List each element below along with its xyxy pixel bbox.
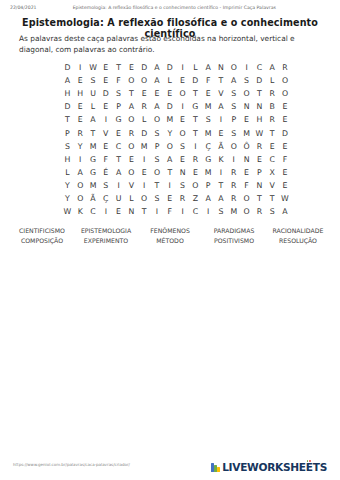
grid-cell: O [176,126,189,139]
liveworksheets-logo: LIVEWORKSHEETS [211,462,327,473]
grid-cell: I [138,153,151,166]
grid-cell: E [99,140,112,153]
grid-cell: T [266,192,279,205]
grid-cell: N [125,205,138,218]
grid-cell: L [163,74,176,87]
grid-cell: O [138,74,151,87]
grid-cell: M [87,140,100,153]
grid-cell: E [279,100,292,113]
grid-cell: É [99,166,112,179]
grid-cell: L [61,166,74,179]
print-doc-title: Epistemologia: A reflexão filosófica e o… [36,5,330,10]
grid-cell: P [151,140,164,153]
grid-cell: D [163,100,176,113]
grid-cell: E [74,100,87,113]
grid-cell: K [74,205,87,218]
grid-cell: A [125,100,138,113]
grid-cell: G [189,100,202,113]
grid-cell: I [176,61,189,74]
grid-cell: I [189,140,202,153]
grid-cell: W [279,192,292,205]
grid-cell: E [215,126,228,139]
grid-cell: S [151,153,164,166]
grid-cell: T [163,166,176,179]
grid-cell: S [151,192,164,205]
word-search-grid: DIWETEDADILANOICARAESEFOOALEDFTASDLOHHUD… [61,61,291,218]
grid-cell: Y [163,126,176,139]
grid-cell: H [61,87,74,100]
word-list-item: RESOLUÇÃO [268,237,328,244]
grid-cell: E [279,140,292,153]
grid-cell: I [163,179,176,192]
grid-cell: D [138,61,151,74]
grid-cell: C [266,153,279,166]
grid-cell: W [61,205,74,218]
grid-cell: R [74,126,87,139]
grid-cell: N [240,153,253,166]
grid-cell: E [176,74,189,87]
grid-cell: P [112,100,125,113]
grid-cell: W [87,61,100,74]
grid-cell: L [87,100,100,113]
grid-cell: Ã [215,140,228,153]
grid-cell: R [279,61,292,74]
grid-cell: P [61,126,74,139]
grid-cell: S [176,179,189,192]
grid-cell: E [240,166,253,179]
grid-cell: E [279,179,292,192]
grid-cell: H [61,153,74,166]
grid-cell: E [176,113,189,126]
liveworksheets-bars-icon [211,463,221,472]
grid-cell: S [227,126,240,139]
grid-cell: E [138,166,151,179]
grid-cell: C [112,140,125,153]
grid-cell: D [138,126,151,139]
grid-cell: A [266,61,279,74]
grid-cell: A [202,192,215,205]
grid-cell: V [215,87,228,100]
grid-cell: O [74,192,87,205]
grid-cell: R [227,166,240,179]
grid-cell: E [176,153,189,166]
grid-cell: A [215,192,228,205]
grid-cell: A [151,74,164,87]
grid-cell: O [125,140,138,153]
grid-cell: M [163,113,176,126]
grid-cell: R [125,126,138,139]
grid-cell: R [266,113,279,126]
grid-cell: S [202,113,215,126]
grid-cell: E [202,87,215,100]
grid-cell: S [215,205,228,218]
grid-cell: S [99,179,112,192]
grid-cell: T [215,179,228,192]
grid-cell: E [125,61,138,74]
grid-cell: I [240,61,253,74]
puzzle-instructions: As palavras deste caça palavras estão es… [19,34,321,55]
grid-cell: Ô [240,140,253,153]
grid-cell: C [87,205,100,218]
grid-cell: Ã [87,192,100,205]
grid-cell: E [99,74,112,87]
grid-cell: Y [74,140,87,153]
grid-cell: S [266,205,279,218]
grid-cell: R [227,192,240,205]
word-list-item: CIENTIFICISMO [12,227,72,234]
grid-cell: E [163,192,176,205]
grid-cell: D [163,61,176,74]
grid-cell: F [202,74,215,87]
grid-cell: I [227,153,240,166]
grid-cell: E [151,87,164,100]
grid-cell: L [138,113,151,126]
word-list-item: MÉTODO [140,237,200,244]
word-list: CIENTIFICISMOEPISTEMOLOGIAFENÔMENOSPARAD… [12,227,328,244]
grid-cell: A [87,113,100,126]
grid-cell: M [240,126,253,139]
grid-cell: S [176,140,189,153]
grid-cell: D [279,126,292,139]
grid-cell: T [189,113,202,126]
grid-cell: R [266,87,279,100]
grid-cell: I [99,113,112,126]
grid-cell: F [99,153,112,166]
word-list-item: COMPOSIÇÃO [12,237,72,244]
grid-cell: E [74,74,87,87]
grid-cell: O [279,87,292,100]
grid-cell: A [112,166,125,179]
grid-cell: A [61,74,74,87]
grid-cell: I [176,205,189,218]
grid-cell: G [202,153,215,166]
grid-cell: P [253,166,266,179]
grid-cell: A [151,100,164,113]
grid-cell: N [215,61,228,74]
grid-cell: O [189,179,202,192]
grid-cell: O [138,192,151,205]
grid-cell: E [163,87,176,100]
word-list-item: FENÔMENOS [140,227,200,234]
grid-cell: I [99,205,112,218]
grid-cell: O [125,113,138,126]
word-list-item: EPISTEMOLOGIA [76,227,136,234]
grid-cell: O [279,74,292,87]
grid-cell: B [266,100,279,113]
grid-cell: F [112,74,125,87]
grid-cell: D [61,100,74,113]
grid-cell: N [240,100,253,113]
grid-cell: A [215,100,228,113]
grid-cell: V [266,179,279,192]
grid-cell: E [266,140,279,153]
grid-cell: R [253,140,266,153]
grid-cell: O [151,113,164,126]
grid-cell: R [189,153,202,166]
grid-cell: S [240,74,253,87]
grid-cell: R [138,100,151,113]
word-list-item: EXPERIMENTO [76,237,136,244]
grid-cell: E [112,205,125,218]
grid-cell: K [215,153,228,166]
grid-cell: E [74,113,87,126]
grid-cell: T [189,126,202,139]
grid-cell: T [253,87,266,100]
grid-cell: I [151,205,164,218]
grid-cell: O [227,61,240,74]
grid-cell: P [202,179,215,192]
grid-cell: V [99,126,112,139]
grid-cell: F [163,205,176,218]
word-list-item: RACIONALIDADE [268,227,328,234]
grid-cell: I [112,179,125,192]
grid-cell: W [253,126,266,139]
grid-cell: G [112,113,125,126]
grid-cell: O [240,87,253,100]
grid-cell: V [125,179,138,192]
grid-cell: O [125,166,138,179]
grid-cell: A [202,61,215,74]
grid-cell: M [87,179,100,192]
grid-cell: F [240,179,253,192]
grid-cell: E [99,100,112,113]
grid-cell: D [99,87,112,100]
grid-cell: I [74,153,87,166]
grid-cell: T [253,192,266,205]
grid-cell: I [202,205,215,218]
grid-cell: O [240,205,253,218]
grid-cell: S [61,140,74,153]
grid-cell: O [227,140,240,153]
grid-cell: I [138,179,151,192]
print-date: 22/04/2021 [10,5,36,10]
grid-cell: A [151,61,164,74]
word-list-item: PARADIGMAS [204,227,264,234]
grid-cell: Y [61,192,74,205]
grid-cell: M [227,205,240,218]
grid-cell: E [279,166,292,179]
grid-cell: M [202,100,215,113]
grid-cell: A [279,205,292,218]
grid-cell: F [279,153,292,166]
grid-cell: H [74,87,87,100]
worksheet-page: 22/04/2021 Epistemologia: A reflexão fil… [0,0,340,480]
grid-cell: S [151,126,164,139]
grid-cell: E [253,153,266,166]
grid-cell: E [279,113,292,126]
grid-cell: O [74,179,87,192]
grid-cell: T [61,113,74,126]
grid-cell: T [125,87,138,100]
grid-cell: C [253,61,266,74]
grid-cell: G [87,153,100,166]
grid-cell: U [112,192,125,205]
grid-cell: T [112,153,125,166]
grid-cell: S [227,100,240,113]
grid-cell: A [227,74,240,87]
grid-cell: N [176,166,189,179]
grid-cell: C [189,205,202,218]
grid-cell: I [176,100,189,113]
grid-cell: Ç [99,192,112,205]
liveworksheets-wordmark: LIVEWORKSHEETS [222,462,327,473]
grid-cell: D [189,74,202,87]
grid-cell: I [215,166,228,179]
grid-cell: E [99,61,112,74]
grid-cell: O [125,74,138,87]
grid-cell: P [227,113,240,126]
grid-cell: A [74,166,87,179]
grid-cell: T [112,61,125,74]
source-url: https://www.geniol.com.br/palavras/caca-… [13,462,130,467]
grid-cell: L [189,61,202,74]
grid-cell: E [240,113,253,126]
word-list-item: POSITIVISMO [204,237,264,244]
grid-cell: T [189,87,202,100]
grid-cell: I [215,113,228,126]
grid-cell: E [138,87,151,100]
grid-cell: S [112,87,125,100]
grid-cell: E [125,153,138,166]
grid-cell: H [253,113,266,126]
grid-cell: Y [61,179,74,192]
grid-cell: O [163,140,176,153]
grid-cell: R [253,205,266,218]
grid-cell: M [138,140,151,153]
grid-cell: L [125,192,138,205]
grid-cell: T [215,74,228,87]
grid-cell: I [74,61,87,74]
grid-cell: T [138,205,151,218]
grid-cell: O [151,166,164,179]
logo-dot-red [309,460,311,462]
grid-cell: N [253,179,266,192]
grid-cell: S [87,74,100,87]
grid-cell: T [266,126,279,139]
grid-cell: E [189,166,202,179]
grid-cell: R [227,179,240,192]
grid-cell: S [227,87,240,100]
grid-cell: G [87,166,100,179]
grid-cell: U [87,87,100,100]
grid-cell: E [112,126,125,139]
grid-cell: R [176,192,189,205]
grid-cell: O [176,87,189,100]
grid-cell: A [163,153,176,166]
grid-cell: X [266,166,279,179]
grid-cell: Z [189,192,202,205]
grid-cell: T [151,179,164,192]
grid-cell: O [240,192,253,205]
grid-cell: D [253,74,266,87]
grid-cell: D [61,61,74,74]
grid-cell: N [253,100,266,113]
grid-cell: M [202,126,215,139]
print-header: 22/04/2021 Epistemologia: A reflexão fil… [10,5,330,10]
grid-cell: M [202,166,215,179]
grid-cell: T [87,126,100,139]
grid-cell: L [266,74,279,87]
grid-cell: Ç [202,140,215,153]
